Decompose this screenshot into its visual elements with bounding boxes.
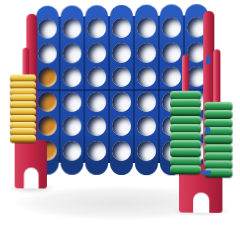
board-hole: [162, 18, 181, 38]
board-hole: [87, 116, 106, 136]
green-disc-rod-outer: [213, 49, 220, 108]
board-hole: [63, 92, 82, 112]
green-disc: [170, 165, 201, 174]
board-hole: [137, 92, 156, 112]
board-hole: [38, 68, 57, 88]
board-hole: [112, 43, 131, 63]
product-photo: [0, 0, 240, 240]
board-hole: [137, 116, 156, 136]
connect-four-set: [2, 0, 240, 240]
board-hole: [112, 92, 131, 112]
left-leg: [15, 140, 47, 189]
green-disc: [204, 135, 232, 144]
board-hole: [112, 116, 131, 136]
connector-pin: [206, 55, 210, 64]
connector-pin: [201, 170, 211, 174]
board-hole: [63, 67, 82, 87]
right-leg-arch: [193, 192, 209, 212]
board-hole: [38, 116, 57, 136]
board-hole: [63, 141, 82, 161]
board-hole: [87, 92, 106, 112]
board-hole: [112, 141, 131, 161]
left-leg-arch: [23, 168, 38, 189]
board-hole: [87, 67, 106, 87]
board-hole: [112, 18, 131, 38]
disc-stack-green: [170, 91, 201, 174]
board-hole: [87, 18, 106, 38]
board-hole: [63, 43, 82, 63]
board-hole: [63, 19, 82, 39]
board-hole: [137, 18, 156, 38]
disc-storage: [2, 0, 240, 1]
disc-stack-yellow: [10, 74, 36, 143]
board-hole: [137, 42, 156, 62]
board-hole: [38, 19, 57, 39]
board-hole: [63, 116, 82, 136]
board-hole: [87, 43, 106, 63]
board-hole: [87, 141, 106, 161]
board-hole: [162, 42, 181, 62]
board-hole: [38, 92, 57, 112]
board-hole: [137, 141, 156, 161]
board-hole: [137, 67, 156, 87]
green-disc: [204, 110, 232, 119]
board-hole: [112, 67, 131, 87]
yellow-disc: [10, 135, 36, 143]
disc-stack-green: [204, 102, 232, 178]
connector-pin: [205, 127, 210, 133]
board-hole: [162, 67, 181, 87]
board-hole: [38, 43, 57, 63]
